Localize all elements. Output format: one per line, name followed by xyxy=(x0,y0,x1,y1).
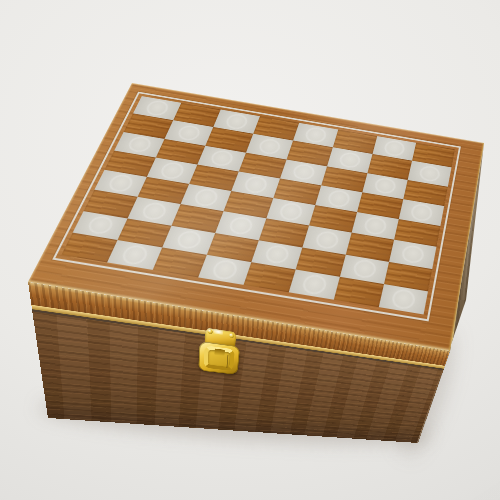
latch-body xyxy=(198,341,240,375)
brass-latch xyxy=(198,327,241,375)
photo-background xyxy=(0,0,500,500)
latch-glint xyxy=(214,329,224,335)
latch-notch xyxy=(214,349,224,357)
chess-box xyxy=(0,0,500,500)
screw-icon xyxy=(207,329,212,334)
